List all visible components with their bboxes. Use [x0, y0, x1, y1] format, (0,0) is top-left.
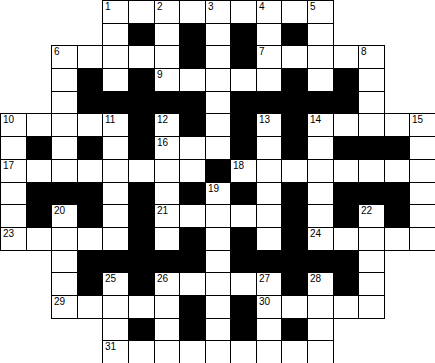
white-cell-r7c0[interactable]: 17	[0, 159, 27, 183]
black-cell-r9c1	[26, 204, 52, 228]
black-cell-r13c9	[230, 295, 257, 319]
clue-number-21: 21	[157, 205, 168, 217]
clue-number-26: 26	[157, 273, 168, 285]
grid-cell-r2c16	[409, 45, 435, 69]
white-cell-r15c12[interactable]	[307, 340, 334, 363]
white-cell-r4c8[interactable]	[205, 91, 231, 114]
clue-number-14: 14	[310, 114, 321, 126]
white-cell-r9c2[interactable]: 20	[51, 204, 78, 228]
white-cell-r9c12[interactable]	[307, 204, 334, 228]
white-cell-r13c4[interactable]	[102, 295, 129, 319]
white-cell-r10c2[interactable]	[51, 227, 78, 251]
grid-cell-r11c16	[409, 250, 435, 273]
white-cell-r7c5[interactable]	[128, 159, 155, 183]
black-cell-r8c2	[51, 182, 78, 205]
white-cell-r15c5[interactable]	[128, 340, 155, 363]
white-cell-r0c9[interactable]	[230, 0, 257, 24]
clue-number-3: 3	[208, 1, 214, 13]
black-cell-r4c9	[230, 91, 257, 114]
clue-number-15: 15	[412, 114, 423, 126]
grid-cell-r14c15	[384, 318, 410, 341]
white-cell-r10c16[interactable]	[409, 227, 435, 251]
grid-cell-r13c1	[26, 295, 52, 319]
black-cell-r14c11	[281, 318, 308, 341]
white-cell-r0c12[interactable]: 5	[307, 0, 334, 24]
white-cell-r3c10[interactable]	[256, 68, 282, 92]
white-cell-r13c14[interactable]	[358, 295, 385, 319]
white-cell-r14c4[interactable]	[102, 318, 129, 341]
white-cell-r6c10[interactable]	[256, 136, 282, 160]
white-cell-r10c4[interactable]	[102, 227, 129, 251]
white-cell-r0c6[interactable]: 2	[154, 0, 180, 24]
grid-cell-r2c1	[26, 45, 52, 69]
white-cell-r14c6[interactable]	[154, 318, 180, 341]
white-cell-r4c2[interactable]	[51, 91, 78, 114]
clue-number-31: 31	[105, 341, 116, 353]
grid-cell-r0c1	[26, 0, 52, 24]
grid-cell-r0c0	[0, 0, 27, 24]
clue-number-30: 30	[259, 296, 270, 308]
black-cell-r11c5	[128, 250, 155, 273]
white-cell-r10c6[interactable]	[154, 227, 180, 251]
grid-cell-r0c2	[51, 0, 78, 24]
black-cell-r10c11	[281, 227, 308, 251]
white-cell-r8c4[interactable]	[102, 182, 129, 205]
white-cell-r3c7[interactable]	[179, 68, 206, 92]
white-cell-r6c8[interactable]	[205, 136, 231, 160]
white-cell-r7c2[interactable]	[51, 159, 78, 183]
white-cell-r13c6[interactable]	[154, 295, 180, 319]
white-cell-r3c14[interactable]	[358, 68, 385, 92]
black-cell-r6c3	[77, 136, 103, 160]
grid-cell-r4c16	[409, 91, 435, 114]
white-cell-r6c4[interactable]	[102, 136, 129, 160]
clue-number-2: 2	[157, 1, 163, 13]
white-cell-r2c4[interactable]	[102, 45, 129, 69]
white-cell-r10c1[interactable]	[26, 227, 52, 251]
white-cell-r0c5[interactable]	[128, 0, 155, 24]
black-cell-r5c7	[179, 113, 206, 137]
clue-number-9: 9	[157, 69, 163, 81]
white-cell-r1c6[interactable]	[154, 23, 180, 46]
grid-cell-r2c0	[0, 45, 27, 69]
white-cell-r5c1[interactable]	[26, 113, 52, 137]
white-cell-r7c1[interactable]	[26, 159, 52, 183]
white-cell-r12c8[interactable]	[205, 272, 231, 296]
grid-cell-r4c0	[0, 91, 27, 114]
white-cell-r9c6[interactable]: 21	[154, 204, 180, 228]
grid-cell-r15c2	[51, 340, 78, 363]
black-cell-r5c9	[230, 113, 257, 137]
white-cell-r0c4[interactable]: 1	[102, 0, 129, 24]
white-cell-r2c8[interactable]	[205, 45, 231, 69]
white-cell-r2c3[interactable]	[77, 45, 103, 69]
black-cell-r11c11	[281, 250, 308, 273]
black-cell-r8c15	[384, 182, 410, 205]
grid-cell-r15c16	[409, 340, 435, 363]
black-cell-r8c3	[77, 182, 103, 205]
white-cell-r14c8[interactable]	[205, 318, 231, 341]
white-cell-r11c2[interactable]	[51, 250, 78, 273]
grid-cell-r1c3	[77, 23, 103, 46]
black-cell-r1c9	[230, 23, 257, 46]
clue-number-17: 17	[3, 160, 14, 172]
white-cell-r6c12[interactable]	[307, 136, 334, 160]
white-cell-r5c4[interactable]: 11	[102, 113, 129, 137]
white-cell-r10c13[interactable]	[333, 227, 359, 251]
white-cell-r10c10[interactable]	[256, 227, 282, 251]
white-cell-r7c4[interactable]	[102, 159, 129, 183]
black-cell-r8c11	[281, 182, 308, 205]
white-cell-r1c4[interactable]	[102, 23, 129, 46]
white-cell-r11c8[interactable]	[205, 250, 231, 273]
white-cell-r15c4[interactable]: 31	[102, 340, 129, 363]
black-cell-r8c9	[230, 182, 257, 205]
black-cell-r11c9	[230, 250, 257, 273]
white-cell-r2c2[interactable]: 6	[51, 45, 78, 69]
black-cell-r13c7	[179, 295, 206, 319]
white-cell-r15c11[interactable]	[281, 340, 308, 363]
white-cell-r14c10[interactable]	[256, 318, 282, 341]
black-cell-r10c5	[128, 227, 155, 251]
clue-number-24: 24	[310, 228, 321, 240]
white-cell-r9c14[interactable]: 22	[358, 204, 385, 228]
black-cell-r14c9	[230, 318, 257, 341]
grid-cell-r3c0	[0, 68, 27, 92]
grid-cell-r1c13	[333, 23, 359, 46]
grid-cell-r3c1	[26, 68, 52, 92]
white-cell-r6c6[interactable]: 16	[154, 136, 180, 160]
white-cell-r2c5[interactable]	[128, 45, 155, 69]
white-cell-r1c12[interactable]	[307, 23, 334, 46]
white-cell-r7c6[interactable]	[154, 159, 180, 183]
black-cell-r8c5	[128, 182, 155, 205]
black-cell-r14c7	[179, 318, 206, 341]
grid-cell-r0c13	[333, 0, 359, 24]
black-cell-r6c15	[384, 136, 410, 160]
white-cell-r9c8[interactable]	[205, 204, 231, 228]
white-cell-r5c12[interactable]: 14	[307, 113, 334, 137]
white-cell-r10c0[interactable]: 23	[0, 227, 27, 251]
clue-number-23: 23	[3, 228, 14, 240]
white-cell-r5c15[interactable]	[384, 113, 410, 137]
black-cell-r6c13	[333, 136, 359, 160]
white-cell-r7c7[interactable]	[179, 159, 206, 183]
black-cell-r6c14	[358, 136, 385, 160]
grid-cell-r15c3	[77, 340, 103, 363]
white-cell-r7c13[interactable]	[333, 159, 359, 183]
clue-number-11: 11	[105, 114, 115, 126]
white-cell-r0c8[interactable]: 3	[205, 0, 231, 24]
white-cell-r4c14[interactable]	[358, 91, 385, 114]
white-cell-r10c8[interactable]	[205, 227, 231, 251]
clue-number-28: 28	[310, 273, 321, 285]
black-cell-r11c6	[154, 250, 180, 273]
grid-cell-r1c0	[0, 23, 27, 46]
white-cell-r8c10[interactable]	[256, 182, 282, 205]
grid-cell-r14c13	[333, 318, 359, 341]
crossword-board: 1234567891011121314151617181920212223242…	[0, 0, 435, 363]
white-cell-r13c8[interactable]	[205, 295, 231, 319]
white-cell-r13c10[interactable]: 30	[256, 295, 282, 319]
black-cell-r12c13	[333, 272, 359, 296]
white-cell-r6c0[interactable]	[0, 136, 27, 160]
white-cell-r5c10[interactable]: 13	[256, 113, 282, 137]
white-cell-r8c12[interactable]	[307, 182, 334, 205]
white-cell-r2c13[interactable]	[333, 45, 359, 69]
white-cell-r2c10[interactable]: 7	[256, 45, 282, 69]
white-cell-r12c10[interactable]: 27	[256, 272, 282, 296]
white-cell-r7c15[interactable]	[384, 159, 410, 183]
white-cell-r0c10[interactable]: 4	[256, 0, 282, 24]
white-cell-r14c12[interactable]	[307, 318, 334, 341]
grid-cell-r13c16	[409, 295, 435, 319]
white-cell-r5c0[interactable]: 10	[0, 113, 27, 137]
grid-cell-r3c16	[409, 68, 435, 92]
white-cell-r15c10[interactable]	[256, 340, 282, 363]
clue-number-8: 8	[361, 46, 367, 58]
white-cell-r15c6[interactable]	[154, 340, 180, 363]
white-cell-r13c13[interactable]	[333, 295, 359, 319]
white-cell-r6c2[interactable]	[51, 136, 78, 160]
white-cell-r7c11[interactable]	[281, 159, 308, 183]
black-cell-r9c13	[333, 204, 359, 228]
black-cell-r3c13	[333, 68, 359, 92]
clue-number-10: 10	[3, 114, 14, 126]
grid-cell-r15c0	[0, 340, 27, 363]
white-cell-r0c11[interactable]	[281, 0, 308, 24]
grid-cell-r12c1	[26, 272, 52, 296]
white-cell-r12c2[interactable]	[51, 272, 78, 296]
clue-number-27: 27	[259, 273, 270, 285]
black-cell-r4c3	[77, 91, 103, 114]
white-cell-r9c16[interactable]	[409, 204, 435, 228]
white-cell-r2c12[interactable]	[307, 45, 334, 69]
grid-cell-r1c15	[384, 23, 410, 46]
grid-cell-r4c15	[384, 91, 410, 114]
white-cell-r10c15[interactable]	[384, 227, 410, 251]
white-cell-r3c8[interactable]	[205, 68, 231, 92]
white-cell-r7c14[interactable]	[358, 159, 385, 183]
black-cell-r4c12	[307, 91, 334, 114]
clue-number-18: 18	[233, 160, 244, 172]
black-cell-r14c5	[128, 318, 155, 341]
grid-cell-r0c14	[358, 0, 385, 24]
white-cell-r12c7[interactable]	[179, 272, 206, 296]
white-cell-r12c9[interactable]	[230, 272, 257, 296]
black-cell-r4c10	[256, 91, 282, 114]
white-cell-r8c0[interactable]	[0, 182, 27, 205]
grid-cell-r1c1	[26, 23, 52, 46]
black-cell-r7c8	[205, 159, 231, 183]
clue-number-6: 6	[54, 46, 60, 58]
grid-cell-r14c14	[358, 318, 385, 341]
black-cell-r6c5	[128, 136, 155, 160]
clue-number-5: 5	[310, 1, 316, 13]
grid-cell-r15c13	[333, 340, 359, 363]
white-cell-r2c6[interactable]	[154, 45, 180, 69]
grid-cell-r12c16	[409, 272, 435, 296]
grid-cell-r14c0	[0, 318, 27, 341]
black-cell-r11c12	[307, 250, 334, 273]
black-cell-r3c5	[128, 68, 155, 92]
white-cell-r3c12[interactable]	[307, 68, 334, 92]
white-cell-r7c9[interactable]: 18	[230, 159, 257, 183]
grid-cell-r11c15	[384, 250, 410, 273]
white-cell-r13c5[interactable]	[128, 295, 155, 319]
black-cell-r3c3	[77, 68, 103, 92]
grid-cell-r14c3	[77, 318, 103, 341]
black-cell-r2c9	[230, 45, 257, 69]
clue-number-16: 16	[157, 137, 168, 149]
white-cell-r13c12[interactable]	[307, 295, 334, 319]
black-cell-r2c7	[179, 45, 206, 69]
white-cell-r7c3[interactable]	[77, 159, 103, 183]
white-cell-r7c10[interactable]	[256, 159, 282, 183]
white-cell-r1c10[interactable]	[256, 23, 282, 46]
black-cell-r4c13	[333, 91, 359, 114]
grid-cell-r15c15	[384, 340, 410, 363]
white-cell-r5c8[interactable]	[205, 113, 231, 137]
grid-cell-r0c15	[384, 0, 410, 24]
white-cell-r9c10[interactable]	[256, 204, 282, 228]
black-cell-r8c7	[179, 182, 206, 205]
grid-cell-r1c14	[358, 23, 385, 46]
white-cell-r10c12[interactable]: 24	[307, 227, 334, 251]
white-cell-r9c9[interactable]	[230, 204, 257, 228]
clue-number-29: 29	[54, 296, 65, 308]
clue-number-13: 13	[259, 114, 270, 126]
black-cell-r12c11	[281, 272, 308, 296]
black-cell-r9c3	[77, 204, 103, 228]
white-cell-r10c14[interactable]	[358, 227, 385, 251]
grid-cell-r0c16	[409, 0, 435, 24]
grid-cell-r14c16	[409, 318, 435, 341]
white-cell-r9c0[interactable]	[0, 204, 27, 228]
white-cell-r5c13[interactable]	[333, 113, 359, 137]
white-cell-r3c6[interactable]: 9	[154, 68, 180, 92]
grid-cell-r11c1	[26, 250, 52, 273]
white-cell-r2c11[interactable]	[281, 45, 308, 69]
white-cell-r5c2[interactable]	[51, 113, 78, 137]
clue-number-1: 1	[105, 1, 111, 13]
black-cell-r11c3	[77, 250, 103, 273]
white-cell-r5c3[interactable]	[77, 113, 103, 137]
black-cell-r5c11	[281, 113, 308, 137]
clue-number-12: 12	[157, 114, 168, 126]
white-cell-r15c8[interactable]	[205, 340, 231, 363]
grid-cell-r0c3	[77, 0, 103, 24]
grid-cell-r14c1	[26, 318, 52, 341]
grid-cell-r13c0	[0, 295, 27, 319]
white-cell-r13c11[interactable]	[281, 295, 308, 319]
black-cell-r8c1	[26, 182, 52, 205]
white-cell-r8c8[interactable]: 19	[205, 182, 231, 205]
white-cell-r2c14[interactable]: 8	[358, 45, 385, 69]
grid-cell-r11c0	[0, 250, 27, 273]
white-cell-r5c6[interactable]: 12	[154, 113, 180, 137]
black-cell-r11c13	[333, 250, 359, 273]
white-cell-r5c14[interactable]	[358, 113, 385, 137]
grid-cell-r12c15	[384, 272, 410, 296]
white-cell-r12c6[interactable]: 26	[154, 272, 180, 296]
white-cell-r12c14[interactable]	[358, 272, 385, 296]
black-cell-r11c4	[102, 250, 129, 273]
white-cell-r7c16[interactable]	[409, 159, 435, 183]
black-cell-r9c15	[384, 204, 410, 228]
white-cell-r12c12[interactable]: 28	[307, 272, 334, 296]
black-cell-r1c7	[179, 23, 206, 46]
white-cell-r7c12[interactable]	[307, 159, 334, 183]
white-cell-r3c2[interactable]	[51, 68, 78, 92]
white-cell-r13c3[interactable]	[77, 295, 103, 319]
black-cell-r11c7	[179, 250, 206, 273]
black-cell-r3c11	[281, 68, 308, 92]
white-cell-r11c14[interactable]	[358, 250, 385, 273]
white-cell-r9c7[interactable]	[179, 204, 206, 228]
grid-cell-r2c15	[384, 45, 410, 69]
white-cell-r13c2[interactable]: 29	[51, 295, 78, 319]
black-cell-r5c5	[128, 113, 155, 137]
white-cell-r3c4[interactable]	[102, 68, 129, 92]
white-cell-r6c7[interactable]	[179, 136, 206, 160]
black-cell-r9c11	[281, 204, 308, 228]
grid-cell-r1c2	[51, 23, 78, 46]
grid-cell-r3c15	[384, 68, 410, 92]
white-cell-r1c8[interactable]	[205, 23, 231, 46]
grid-cell-r14c2	[51, 318, 78, 341]
black-cell-r11c10	[256, 250, 282, 273]
black-cell-r10c9	[230, 227, 257, 251]
black-cell-r1c11	[281, 23, 308, 46]
black-cell-r8c14	[358, 182, 385, 205]
clue-number-20: 20	[54, 205, 65, 217]
black-cell-r4c5	[128, 91, 155, 114]
grid-cell-r1c16	[409, 23, 435, 46]
black-cell-r10c7	[179, 227, 206, 251]
black-cell-r4c4	[102, 91, 129, 114]
black-cell-r1c5	[128, 23, 155, 46]
clue-number-19: 19	[208, 183, 219, 195]
grid-cell-r4c1	[26, 91, 52, 114]
white-cell-r15c7[interactable]	[179, 340, 206, 363]
white-cell-r10c3[interactable]	[77, 227, 103, 251]
clue-number-4: 4	[259, 1, 265, 13]
black-cell-r6c9	[230, 136, 257, 160]
black-cell-r4c11	[281, 91, 308, 114]
white-cell-r15c9[interactable]	[230, 340, 257, 363]
white-cell-r12c4[interactable]: 25	[102, 272, 129, 296]
grid-cell-r15c1	[26, 340, 52, 363]
grid-cell-r12c0	[0, 272, 27, 296]
white-cell-r5c16[interactable]: 15	[409, 113, 435, 137]
black-cell-r6c1	[26, 136, 52, 160]
white-cell-r6c16[interactable]	[409, 136, 435, 160]
clue-number-7: 7	[259, 46, 265, 58]
black-cell-r6c11	[281, 136, 308, 160]
clue-number-25: 25	[105, 273, 116, 285]
black-cell-r12c5	[128, 272, 155, 296]
black-cell-r4c7	[179, 91, 206, 114]
white-cell-r8c16[interactable]	[409, 182, 435, 205]
white-cell-r8c6[interactable]	[154, 182, 180, 205]
white-cell-r9c4[interactable]	[102, 204, 129, 228]
white-cell-r3c9[interactable]	[230, 68, 257, 92]
black-cell-r9c5	[128, 204, 155, 228]
black-cell-r12c3	[77, 272, 103, 296]
white-cell-r0c7[interactable]	[179, 0, 206, 24]
grid-cell-r15c14	[358, 340, 385, 363]
